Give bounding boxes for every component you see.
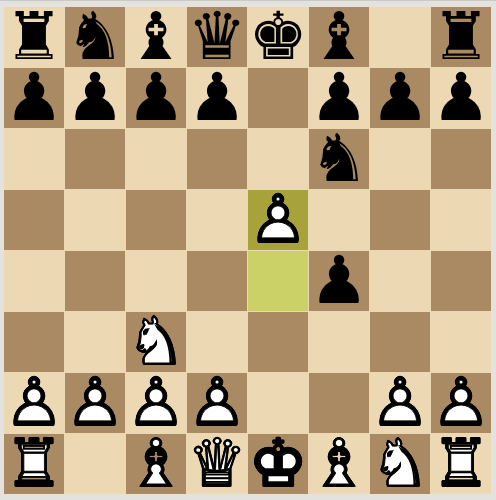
square-e4[interactable] (248, 251, 308, 311)
black-rook-piece[interactable]: ♜ (431, 7, 491, 67)
black-pawn-glyph: ♟ (65, 65, 124, 131)
square-f5[interactable] (309, 190, 369, 250)
square-a8[interactable]: ♜ (4, 7, 64, 67)
white-pawn-piece[interactable]: ♟♙ (187, 373, 247, 433)
square-f4[interactable]: ♟ (309, 251, 369, 311)
square-a4[interactable] (4, 251, 64, 311)
square-c6[interactable] (126, 129, 186, 189)
black-pawn-glyph: ♟ (370, 65, 429, 131)
square-h5[interactable] (431, 190, 491, 250)
square-c7[interactable]: ♟ (126, 68, 186, 128)
square-g5[interactable] (370, 190, 430, 250)
square-g3[interactable] (370, 312, 430, 372)
white-rook-outline-glyph: ♖ (4, 434, 64, 494)
square-b1[interactable] (65, 434, 125, 494)
white-knight-outline-glyph: ♘ (370, 434, 430, 494)
white-pawn-outline-glyph: ♙ (248, 190, 308, 250)
black-pawn-piece[interactable]: ♟ (431, 68, 491, 128)
square-h3[interactable] (431, 312, 491, 372)
square-e2[interactable] (248, 373, 308, 433)
black-rook-piece[interactable]: ♜ (4, 7, 64, 67)
square-b4[interactable] (65, 251, 125, 311)
black-knight-glyph: ♞ (309, 126, 368, 192)
white-pawn-outline-glyph: ♙ (187, 373, 247, 433)
white-pawn-piece[interactable]: ♟♙ (370, 373, 430, 433)
square-g2[interactable]: ♟♙ (370, 373, 430, 433)
square-h4[interactable] (431, 251, 491, 311)
white-knight-outline-glyph: ♘ (126, 312, 186, 372)
white-knight-piece[interactable]: ♞♘ (126, 312, 186, 372)
square-a3[interactable] (4, 312, 64, 372)
square-f7[interactable]: ♟ (309, 68, 369, 128)
square-f1[interactable]: ♝♗ (309, 434, 369, 494)
square-d2[interactable]: ♟♙ (187, 373, 247, 433)
square-h2[interactable]: ♟♙ (431, 373, 491, 433)
square-d4[interactable] (187, 251, 247, 311)
square-a2[interactable]: ♟♙ (4, 373, 64, 433)
square-e7[interactable] (248, 68, 308, 128)
square-h8[interactable]: ♜ (431, 7, 491, 67)
square-b3[interactable] (65, 312, 125, 372)
square-b6[interactable] (65, 129, 125, 189)
white-pawn-piece[interactable]: ♟♙ (4, 373, 64, 433)
square-h1[interactable]: ♜♖ (431, 434, 491, 494)
white-rook-piece[interactable]: ♜♖ (431, 434, 491, 494)
black-pawn-piece[interactable]: ♟ (309, 251, 369, 311)
white-king-piece[interactable]: ♚♔ (248, 434, 308, 494)
black-knight-piece[interactable]: ♞ (65, 7, 125, 67)
white-pawn-outline-glyph: ♙ (4, 373, 64, 433)
square-d6[interactable] (187, 129, 247, 189)
square-b7[interactable]: ♟ (65, 68, 125, 128)
square-h6[interactable] (431, 129, 491, 189)
square-g1[interactable]: ♞♘ (370, 434, 430, 494)
white-knight-piece[interactable]: ♞♘ (370, 434, 430, 494)
square-e8[interactable]: ♚ (248, 7, 308, 67)
black-pawn-glyph: ♟ (187, 65, 246, 131)
square-e3[interactable] (248, 312, 308, 372)
square-e1[interactable]: ♚♔ (248, 434, 308, 494)
black-pawn-piece[interactable]: ♟ (187, 68, 247, 128)
white-queen-piece[interactable]: ♛♕ (187, 434, 247, 494)
square-f8[interactable]: ♝ (309, 7, 369, 67)
white-pawn-outline-glyph: ♙ (431, 373, 491, 433)
board-frame: ♜♞♝♛♚♝♜♟♟♟♟♟♟♟♞♟♙♟♞♘♟♙♟♙♟♙♟♙♟♙♟♙♜♖♝♗♛♕♚♔… (0, 0, 496, 500)
square-g4[interactable] (370, 251, 430, 311)
white-pawn-outline-glyph: ♙ (126, 373, 186, 433)
black-bishop-piece[interactable]: ♝ (309, 7, 369, 67)
square-e6[interactable] (248, 129, 308, 189)
square-c1[interactable]: ♝♗ (126, 434, 186, 494)
square-c3[interactable]: ♞♘ (126, 312, 186, 372)
square-d3[interactable] (187, 312, 247, 372)
white-bishop-outline-glyph: ♗ (126, 434, 186, 494)
white-pawn-outline-glyph: ♙ (65, 373, 125, 433)
square-g6[interactable] (370, 129, 430, 189)
square-g7[interactable]: ♟ (370, 68, 430, 128)
square-b5[interactable] (65, 190, 125, 250)
square-d7[interactable]: ♟ (187, 68, 247, 128)
chess-board: ♜♞♝♛♚♝♜♟♟♟♟♟♟♟♞♟♙♟♞♘♟♙♟♙♟♙♟♙♟♙♟♙♜♖♝♗♛♕♚♔… (4, 7, 491, 494)
black-knight-piece[interactable]: ♞ (309, 129, 369, 189)
square-f2[interactable] (309, 373, 369, 433)
black-king-glyph: ♚ (248, 4, 307, 70)
black-pawn-glyph: ♟ (431, 65, 490, 131)
black-pawn-piece[interactable]: ♟ (370, 68, 430, 128)
square-c5[interactable] (126, 190, 186, 250)
white-bishop-piece[interactable]: ♝♗ (126, 434, 186, 494)
square-h7[interactable]: ♟ (431, 68, 491, 128)
square-a1[interactable]: ♜♖ (4, 434, 64, 494)
square-c8[interactable]: ♝ (126, 7, 186, 67)
square-g8[interactable] (370, 7, 430, 67)
white-bishop-outline-glyph: ♗ (309, 434, 369, 494)
square-f6[interactable]: ♞ (309, 129, 369, 189)
square-c2[interactable]: ♟♙ (126, 373, 186, 433)
square-d5[interactable] (187, 190, 247, 250)
black-pawn-piece[interactable]: ♟ (4, 68, 64, 128)
black-pawn-piece[interactable]: ♟ (126, 68, 186, 128)
white-pawn-piece[interactable]: ♟♙ (126, 373, 186, 433)
square-c4[interactable] (126, 251, 186, 311)
white-pawn-piece[interactable]: ♟♙ (248, 190, 308, 250)
square-e5[interactable]: ♟♙ (248, 190, 308, 250)
white-pawn-piece[interactable]: ♟♙ (431, 373, 491, 433)
white-pawn-outline-glyph: ♙ (370, 373, 430, 433)
black-bishop-piece[interactable]: ♝ (126, 7, 186, 67)
square-f3[interactable] (309, 312, 369, 372)
white-pawn-piece[interactable]: ♟♙ (65, 373, 125, 433)
white-king-outline-glyph: ♔ (248, 434, 308, 494)
black-queen-piece[interactable]: ♛ (187, 7, 247, 67)
black-pawn-glyph: ♟ (126, 65, 185, 131)
black-pawn-glyph: ♟ (309, 248, 368, 314)
black-pawn-glyph: ♟ (4, 65, 63, 131)
square-d8[interactable]: ♛ (187, 7, 247, 67)
square-b8[interactable]: ♞ (65, 7, 125, 67)
square-a6[interactable] (4, 129, 64, 189)
black-king-piece[interactable]: ♚ (248, 7, 308, 67)
square-a5[interactable] (4, 190, 64, 250)
square-a7[interactable]: ♟ (4, 68, 64, 128)
white-bishop-piece[interactable]: ♝♗ (309, 434, 369, 494)
white-rook-piece[interactable]: ♜♖ (4, 434, 64, 494)
white-rook-outline-glyph: ♖ (431, 434, 491, 494)
square-b2[interactable]: ♟♙ (65, 373, 125, 433)
black-pawn-piece[interactable]: ♟ (309, 68, 369, 128)
square-d1[interactable]: ♛♕ (187, 434, 247, 494)
white-queen-outline-glyph: ♕ (187, 434, 247, 494)
black-pawn-piece[interactable]: ♟ (65, 68, 125, 128)
